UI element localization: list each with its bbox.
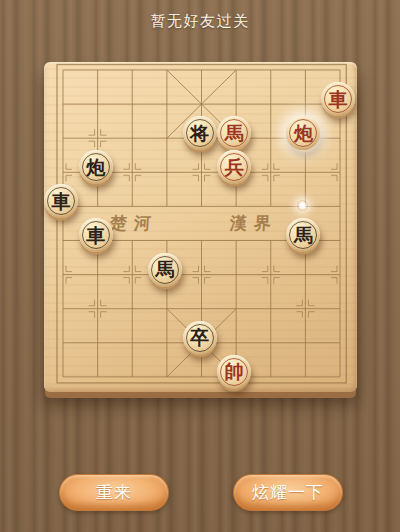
piece-glyph: 炮 <box>86 157 105 176</box>
piece-black-chariot[interactable]: 車 <box>44 184 78 218</box>
piece-black-horse[interactable]: 馬 <box>286 218 320 252</box>
piece-black-horse[interactable]: 馬 <box>148 253 182 287</box>
xiangqi-board[interactable]: 楚河 漢界 車将馬炮炮兵車車馬馬卒帥 <box>44 62 357 392</box>
piece-glyph: 炮 <box>294 123 313 142</box>
piece-black-chariot[interactable]: 車 <box>79 218 113 252</box>
restart-button[interactable]: 重来 <box>59 474 169 511</box>
piece-glyph: 馬 <box>155 260 174 279</box>
piece-glyph: 馬 <box>225 123 244 142</box>
piece-glyph: 車 <box>86 225 105 244</box>
piece-glyph: 兵 <box>225 157 244 176</box>
piece-red-cannon[interactable]: 炮 <box>286 116 320 150</box>
piece-black-soldier[interactable]: 卒 <box>183 321 217 355</box>
sparkle-effect <box>297 200 308 211</box>
piece-glyph: 卒 <box>190 328 209 347</box>
piece-black-general[interactable]: 将 <box>183 116 217 150</box>
piece-glyph: 将 <box>190 123 209 142</box>
piece-grid: 車将馬炮炮兵車車馬馬卒帥 <box>46 53 358 394</box>
piece-glyph: 馬 <box>294 225 313 244</box>
app-background: { "app": { "title": "暂无好友过关" }, "game": … <box>0 0 400 532</box>
piece-black-cannon[interactable]: 炮 <box>79 150 113 184</box>
piece-glyph: 車 <box>329 89 348 108</box>
brag-button[interactable]: 炫耀一下 <box>233 474 343 511</box>
piece-glyph: 車 <box>52 191 71 210</box>
page-title: 暂无好友过关 <box>0 12 400 31</box>
piece-red-general[interactable]: 帥 <box>217 355 251 389</box>
piece-glyph: 帥 <box>225 362 244 381</box>
piece-red-chariot[interactable]: 車 <box>321 82 355 116</box>
piece-red-horse[interactable]: 馬 <box>217 116 251 150</box>
piece-red-soldier[interactable]: 兵 <box>217 150 251 184</box>
